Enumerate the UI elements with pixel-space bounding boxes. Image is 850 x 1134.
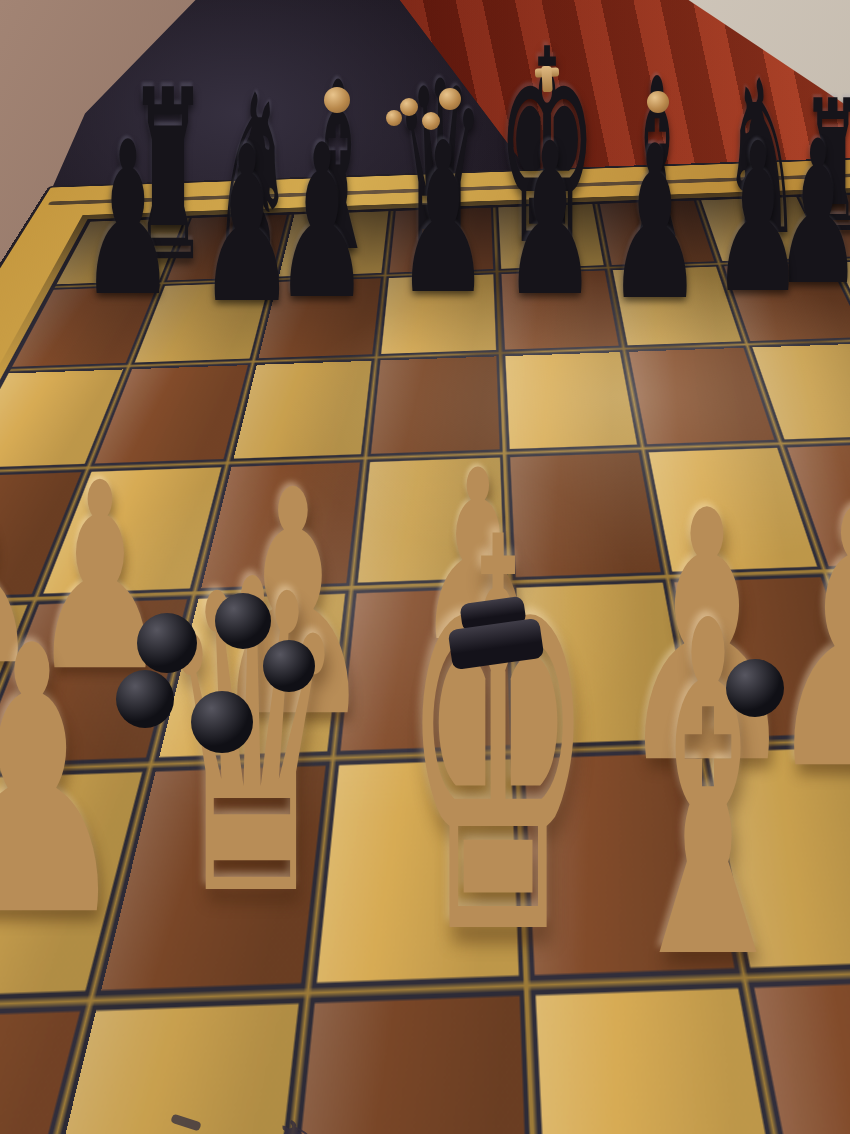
board-border-knight-mark: ♞ [263,1106,336,1134]
board-border-scuff [170,1113,201,1131]
piece-white-king-e3[interactable]: ♚ [401,470,595,1010]
white-queen-crown-ball-3 [263,640,315,692]
white-bishop-ball [726,659,784,717]
white-queen-crown-ball-1 [137,613,197,673]
piece-black-pawn-d7[interactable]: ♟ [396,115,489,323]
piece-black-pawn-a7[interactable]: ♟ [80,114,175,326]
piece-black-pawn-f7[interactable]: ♟ [607,118,702,330]
black-king-cross-v [541,66,552,92]
piece-white-queen-c3[interactable]: ♛ [156,525,349,955]
white-queen-crown-ball-5 [191,691,253,753]
white-queen-crown-ball-2 [215,593,271,649]
piece-white-pawn-b3[interactable]: ♟ [0,599,131,967]
photo-frame: ♜♞♝♛♚♝♞♜♟♟♟♟♟♟♟♟♟♟♟♟♟♟♟♛♚♝♞ [0,0,850,1134]
pieces-layer: ♜♞♝♛♚♝♞♜♟♟♟♟♟♟♟♟♟♟♟♟♟♟♟♛♚♝♞ [0,0,850,1134]
piece-white-bishop-f3[interactable]: ♝ [615,563,801,1023]
piece-black-pawn-b7[interactable]: ♟ [199,118,295,333]
piece-black-pawn-g7[interactable]: ♟ [712,116,804,322]
piece-black-pawn-e7[interactable]: ♟ [503,116,597,326]
